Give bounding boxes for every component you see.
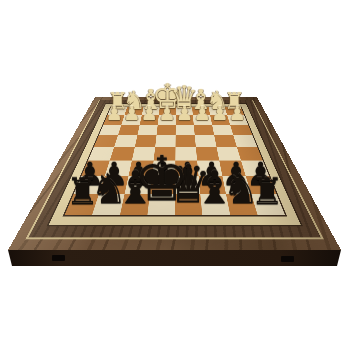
piece-black-king-e8[interactable]: ♚ [134,148,190,210]
piece-white-pawn-h2[interactable]: ♟ [106,104,123,123]
piece-white-pawn-g2[interactable]: ♟ [123,104,140,123]
piece-white-pawn-c2[interactable]: ♟ [194,104,211,123]
piece-white-pawn-f2[interactable]: ♟ [141,104,158,123]
piece-white-pawn-a2[interactable]: ♟ [229,104,246,123]
piece-white-pawn-e2[interactable]: ♟ [158,104,175,123]
piece-white-pawn-d2[interactable]: ♟ [176,104,193,123]
pieces-layer: ♜♞♝♚♛♝♞♜♟♟♟♟♟♟♟♟♟♟♟♟♟♟♟♟♜♞♝♚♛♝♞♜ [0,0,350,350]
chess-set-photo: ♜♞♝♚♛♝♞♜♟♟♟♟♟♟♟♟♟♟♟♟♟♟♟♟♜♞♝♚♛♝♞♜ [0,0,350,350]
piece-white-pawn-b2[interactable]: ♟ [211,104,228,123]
piece-black-rook-a8[interactable]: ♜ [251,173,284,210]
